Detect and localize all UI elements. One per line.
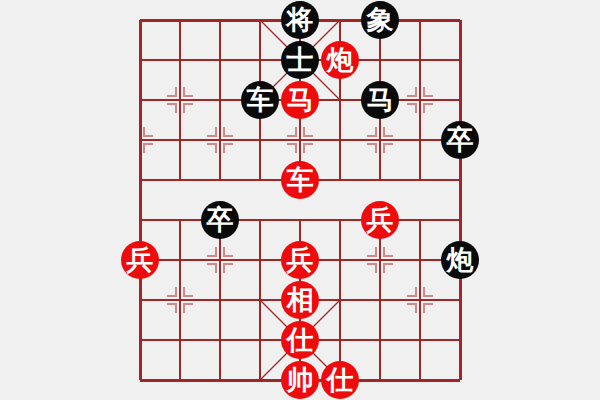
piece-glyph: 马 [287,87,314,114]
piece-red-advisor[interactable]: 仕 [281,321,319,359]
piece-black-elephant[interactable]: 象 [361,1,399,39]
piece-glyph: 车 [247,87,274,114]
piece-red-horse[interactable]: 马 [281,81,319,119]
piece-black-chariot[interactable]: 车 [241,81,279,119]
piece-black-general[interactable]: 将 [281,1,319,39]
piece-red-advisor[interactable]: 仕 [321,361,359,399]
piece-red-general[interactable]: 帅 [281,361,319,399]
piece-glyph: 仕 [287,327,314,354]
piece-glyph: 炮 [327,47,354,74]
piece-red-soldier[interactable]: 兵 [281,241,319,279]
piece-glyph: 炮 [447,247,474,274]
piece-red-cannon[interactable]: 炮 [321,41,359,79]
piece-glyph: 相 [287,287,314,314]
piece-black-horse[interactable]: 马 [361,81,399,119]
piece-glyph: 兵 [127,247,154,274]
piece-glyph: 马 [367,87,394,114]
piece-glyph: 帅 [287,367,314,394]
piece-glyph: 卒 [207,207,234,234]
piece-black-soldier[interactable]: 卒 [201,201,239,239]
piece-layer: 将象士炮车马马卒车卒兵兵兵炮相仕帅仕 [120,0,480,400]
piece-red-soldier[interactable]: 兵 [121,241,159,279]
piece-red-elephant[interactable]: 相 [281,281,319,319]
piece-black-soldier[interactable]: 卒 [441,121,479,159]
piece-glyph: 象 [367,7,394,34]
piece-red-soldier[interactable]: 兵 [361,201,399,239]
piece-glyph: 兵 [287,247,314,274]
piece-glyph: 卒 [447,127,474,154]
piece-glyph: 士 [287,47,314,74]
piece-glyph: 将 [287,7,314,34]
xiangqi-board: 将象士炮车马马卒车卒兵兵兵炮相仕帅仕 [0,0,600,400]
piece-black-cannon[interactable]: 炮 [441,241,479,279]
piece-black-advisor[interactable]: 士 [281,41,319,79]
piece-glyph: 兵 [367,207,394,234]
piece-glyph: 车 [287,167,314,194]
piece-red-chariot[interactable]: 车 [281,161,319,199]
piece-glyph: 仕 [327,367,354,394]
